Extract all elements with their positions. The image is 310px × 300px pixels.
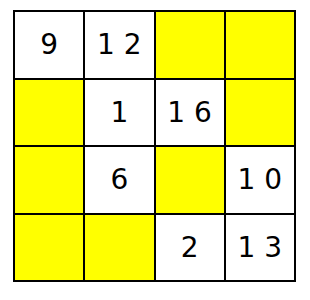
- cell-r2c2: 1: [85, 80, 153, 146]
- cell-r1c3[interactable]: [156, 12, 224, 78]
- cell-r3c2: 6: [85, 147, 153, 213]
- cell-r3c1[interactable]: [15, 147, 83, 213]
- cell-r3c4: 10: [226, 147, 294, 213]
- cell-r2c3: 16: [156, 80, 224, 146]
- cell-r2c1[interactable]: [15, 80, 83, 146]
- cell-r1c4[interactable]: [226, 12, 294, 78]
- cell-r3c3[interactable]: [156, 147, 224, 213]
- cell-r2c4[interactable]: [226, 80, 294, 146]
- cell-r4c3: 2: [156, 215, 224, 281]
- cell-r4c1[interactable]: [15, 215, 83, 281]
- cell-r1c1: 9: [15, 12, 83, 78]
- cell-r1c2: 12: [85, 12, 153, 78]
- cell-r4c2[interactable]: [85, 215, 153, 281]
- cell-r4c4: 13: [226, 215, 294, 281]
- board-grid: 912116610213: [13, 10, 296, 282]
